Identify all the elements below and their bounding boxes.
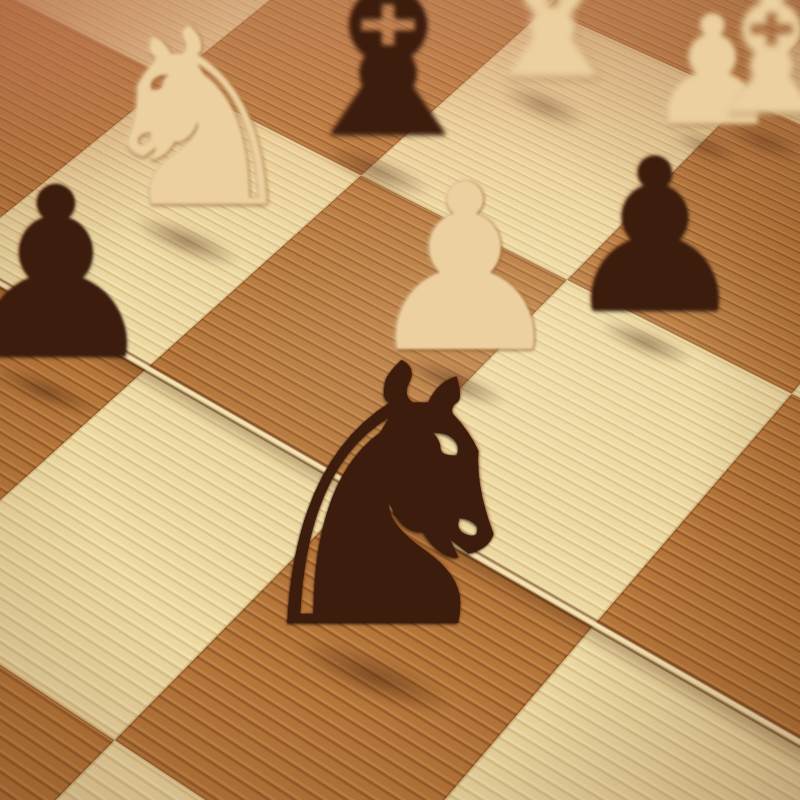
black-pawn-left[interactable]: ♟ xyxy=(0,155,179,400)
chess-photo-scene: ♞♟♟♟♞♝♝♟♝ xyxy=(0,0,800,800)
piece-layer: ♞♟♟♟♞♝♝♟♝ xyxy=(0,0,800,800)
black-knight[interactable]: ♞ xyxy=(203,315,578,690)
